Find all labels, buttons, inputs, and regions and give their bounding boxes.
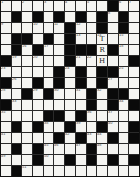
white-cell[interactable]: 19 (12, 56, 22, 66)
clue-number: 21 (76, 55, 80, 59)
white-cell[interactable]: 6 (119, 1, 129, 11)
white-cell[interactable] (22, 100, 32, 110)
white-cell[interactable]: 46 (54, 144, 64, 154)
clue-number: 37 (108, 110, 112, 114)
white-cell[interactable] (1, 144, 11, 154)
clue-number: 38 (44, 121, 48, 125)
black-cell (97, 23, 107, 33)
white-cell[interactable]: 8 (108, 12, 118, 22)
white-cell[interactable] (87, 34, 97, 44)
white-cell[interactable] (22, 111, 32, 121)
white-cell[interactable] (108, 56, 118, 66)
white-cell[interactable] (33, 166, 43, 176)
black-cell (44, 89, 54, 99)
white-cell[interactable] (97, 100, 107, 110)
white-cell[interactable] (44, 133, 54, 143)
white-cell[interactable]: 25 (119, 67, 129, 77)
white-cell[interactable] (44, 67, 54, 77)
white-cell[interactable] (33, 67, 43, 77)
black-cell (12, 34, 22, 44)
clue-number: 1 (1, 0, 3, 4)
black-cell (108, 100, 118, 110)
white-cell[interactable] (54, 166, 64, 176)
black-cell (65, 34, 75, 44)
clue-number: 23 (1, 66, 5, 70)
clue-number: 44 (97, 132, 101, 136)
clue-number: 36 (87, 110, 91, 114)
clue-number: 6 (119, 0, 121, 4)
white-cell[interactable]: 28 (1, 89, 11, 99)
white-cell[interactable]: 37 (108, 111, 118, 121)
white-cell[interactable] (44, 100, 54, 110)
black-cell (33, 12, 43, 22)
white-cell[interactable]: H (97, 56, 107, 66)
black-cell (76, 12, 86, 22)
clue-number: 42 (65, 132, 69, 136)
white-cell[interactable] (87, 122, 97, 132)
clue-number: 11 (54, 22, 58, 26)
white-cell[interactable] (44, 23, 54, 33)
white-cell[interactable] (97, 1, 107, 11)
white-cell[interactable] (1, 122, 11, 132)
white-cell[interactable] (54, 100, 64, 110)
black-cell (22, 89, 32, 99)
black-cell (1, 78, 11, 88)
black-cell (129, 155, 139, 165)
black-cell (33, 78, 43, 88)
clue-number: 49 (1, 154, 5, 158)
white-cell[interactable] (119, 78, 129, 88)
black-cell (44, 34, 54, 44)
white-cell[interactable] (129, 67, 139, 77)
white-cell[interactable] (76, 1, 86, 11)
white-cell[interactable]: 18 (119, 45, 129, 55)
white-cell[interactable] (87, 67, 97, 77)
white-cell[interactable]: 27 (108, 78, 118, 88)
clue-number: 29 (33, 88, 37, 92)
white-cell[interactable] (129, 45, 139, 55)
white-cell[interactable] (33, 111, 43, 121)
black-cell (97, 78, 107, 88)
black-cell (87, 45, 97, 55)
white-cell[interactable]: 50 (44, 155, 54, 165)
white-cell[interactable] (76, 166, 86, 176)
white-cell[interactable]: 29 (33, 89, 43, 99)
black-cell (65, 45, 75, 55)
white-cell[interactable] (54, 45, 64, 55)
white-cell[interactable] (65, 144, 75, 154)
clue-number: 50 (44, 154, 48, 158)
white-cell[interactable]: 22 (87, 56, 97, 66)
white-cell[interactable] (1, 34, 11, 44)
clue-number: 27 (108, 77, 112, 81)
clue-number: 17 (44, 44, 48, 48)
black-cell (54, 67, 64, 77)
white-cell[interactable]: 33 (12, 100, 22, 110)
black-cell (65, 23, 75, 33)
black-cell (33, 155, 43, 165)
white-cell[interactable]: 41 (1, 133, 11, 143)
white-cell[interactable] (12, 133, 22, 143)
white-cell[interactable]: 48 (97, 144, 107, 154)
black-cell (54, 133, 64, 143)
white-cell[interactable] (87, 23, 97, 33)
clue-number: 13 (76, 33, 80, 37)
black-cell (76, 67, 86, 77)
clue-number: 5 (87, 0, 89, 4)
clue-number: 40 (108, 121, 112, 125)
white-cell[interactable] (76, 100, 86, 110)
white-cell[interactable]: 24 (65, 67, 75, 77)
black-cell (33, 144, 43, 154)
white-cell[interactable]: 38 (44, 122, 54, 132)
white-cell[interactable] (97, 155, 107, 165)
clue-number: 28 (1, 88, 5, 92)
white-cell[interactable] (129, 78, 139, 88)
black-cell (108, 67, 118, 77)
clue-number: 34 (119, 99, 123, 103)
black-cell (108, 1, 118, 11)
black-cell (44, 111, 54, 121)
white-cell[interactable]: 51 (22, 166, 32, 176)
white-cell[interactable] (44, 12, 54, 22)
black-cell (33, 45, 43, 55)
clue-number: 43 (87, 132, 91, 136)
black-cell (65, 155, 75, 165)
white-cell[interactable] (76, 155, 86, 165)
black-cell (108, 155, 118, 165)
white-cell[interactable]: 4 (65, 1, 75, 11)
clue-number: 45 (44, 143, 48, 147)
clue-number: 2 (22, 0, 24, 4)
white-cell[interactable] (119, 56, 129, 66)
clue-number: 39 (76, 121, 80, 125)
black-cell (108, 133, 118, 143)
white-cell[interactable]: 32 (97, 89, 107, 99)
white-cell[interactable] (129, 12, 139, 22)
white-cell[interactable]: 36 (87, 111, 97, 121)
white-cell[interactable] (22, 133, 32, 143)
filled-letter: T (97, 35, 107, 44)
black-cell (108, 89, 118, 99)
white-cell[interactable] (65, 78, 75, 88)
white-cell[interactable] (33, 1, 43, 11)
clue-number: 8 (108, 11, 110, 15)
black-cell (12, 144, 22, 154)
white-cell[interactable] (108, 23, 118, 33)
white-cell[interactable] (22, 144, 32, 154)
black-cell (119, 89, 129, 99)
clue-number: 46 (54, 143, 58, 147)
black-cell (108, 45, 118, 55)
white-cell[interactable] (129, 144, 139, 154)
white-cell[interactable]: 39 (76, 122, 86, 132)
white-cell[interactable]: 11 (54, 23, 64, 33)
white-cell[interactable]: 13 (76, 34, 86, 44)
white-cell[interactable] (12, 23, 22, 33)
white-cell[interactable] (33, 133, 43, 143)
white-cell[interactable] (97, 166, 107, 176)
white-cell[interactable]: 42 (65, 133, 75, 143)
black-cell (65, 56, 75, 66)
clue-number: 31 (76, 88, 80, 92)
clue-number: 51 (22, 165, 26, 169)
white-cell[interactable] (129, 111, 139, 121)
black-cell (12, 166, 22, 176)
white-cell[interactable] (54, 34, 64, 44)
white-cell[interactable]: 3 (44, 1, 54, 11)
white-cell[interactable] (33, 100, 43, 110)
white-cell[interactable] (22, 122, 32, 132)
black-cell (129, 56, 139, 66)
white-cell[interactable]: 35 (1, 111, 11, 121)
white-cell[interactable] (65, 12, 75, 22)
white-cell[interactable] (108, 144, 118, 154)
clue-number: 24 (65, 66, 69, 70)
white-cell[interactable] (44, 166, 54, 176)
white-cell[interactable] (108, 166, 118, 176)
white-cell[interactable] (65, 100, 75, 110)
white-cell[interactable] (87, 166, 97, 176)
white-cell[interactable] (12, 89, 22, 99)
white-cell[interactable] (108, 34, 118, 44)
filled-letter: H (97, 57, 107, 66)
white-cell[interactable] (129, 23, 139, 33)
white-cell[interactable] (65, 166, 75, 176)
black-cell (76, 111, 86, 121)
white-cell[interactable]: 9 (1, 23, 11, 33)
black-cell (1, 100, 11, 110)
clue-number: 7 (129, 0, 131, 4)
black-cell (87, 89, 97, 99)
black-cell (97, 122, 107, 132)
clue-number: 18 (119, 44, 123, 48)
white-cell[interactable] (119, 144, 129, 154)
black-cell (65, 122, 75, 132)
black-cell (129, 122, 139, 132)
white-cell[interactable] (54, 155, 64, 165)
filled-letter: R (97, 46, 107, 55)
white-cell[interactable]: 30 (54, 89, 64, 99)
white-cell[interactable] (1, 45, 11, 55)
white-cell[interactable]: 45 (44, 144, 54, 154)
white-cell[interactable] (65, 89, 75, 99)
white-cell[interactable] (129, 34, 139, 44)
white-cell[interactable] (119, 111, 129, 121)
white-cell[interactable] (1, 12, 11, 22)
white-cell[interactable] (119, 122, 129, 132)
clue-number: 47 (76, 143, 80, 147)
white-cell[interactable] (87, 12, 97, 22)
crossword-grid: 1234567891011121314T151617R1819202122H23… (0, 0, 140, 177)
white-cell[interactable] (44, 78, 54, 88)
black-cell (87, 144, 97, 154)
white-cell[interactable]: 43 (87, 133, 97, 143)
clue-number: 26 (12, 77, 16, 81)
black-cell (76, 45, 86, 55)
clue-number: 19 (12, 55, 16, 59)
black-cell (54, 12, 64, 22)
white-cell[interactable]: R (97, 45, 107, 55)
white-cell[interactable]: 31 (76, 89, 86, 99)
black-cell (33, 122, 43, 132)
clue-number: 9 (1, 22, 3, 26)
black-cell (119, 23, 129, 33)
clue-number: 12 (76, 22, 80, 26)
black-cell (97, 67, 107, 77)
black-cell (12, 45, 22, 55)
white-cell[interactable]: 12 (76, 23, 86, 33)
clue-number: 10 (33, 22, 37, 26)
clue-number: 32 (97, 88, 101, 92)
clue-number: 16 (22, 44, 26, 48)
clue-number: 35 (1, 110, 5, 114)
black-cell (12, 122, 22, 132)
white-cell[interactable] (22, 155, 32, 165)
black-cell (129, 133, 139, 143)
black-cell (54, 78, 64, 88)
white-cell[interactable] (54, 122, 64, 132)
white-cell[interactable]: 20 (33, 56, 43, 66)
white-cell[interactable]: 40 (108, 122, 118, 132)
clue-number: 22 (87, 55, 91, 59)
white-cell[interactable]: 44 (97, 133, 107, 143)
white-cell[interactable] (12, 1, 22, 11)
clue-number: 14 (97, 33, 101, 37)
white-cell[interactable]: 7 (129, 1, 139, 11)
black-cell (12, 12, 22, 22)
black-cell (87, 155, 97, 165)
black-cell (76, 133, 86, 143)
white-cell[interactable]: 47 (76, 144, 86, 154)
white-cell[interactable]: 34 (119, 100, 129, 110)
white-cell[interactable] (1, 166, 11, 176)
white-cell[interactable]: 14T (97, 34, 107, 44)
black-cell (22, 34, 32, 44)
clue-number: 30 (54, 88, 58, 92)
white-cell[interactable] (22, 23, 32, 33)
white-cell[interactable] (12, 155, 22, 165)
white-cell[interactable]: 23 (1, 67, 11, 77)
black-cell (87, 100, 97, 110)
clue-number: 20 (33, 55, 37, 59)
white-cell[interactable] (97, 111, 107, 121)
white-cell[interactable] (54, 1, 64, 11)
clue-number: 3 (44, 0, 46, 4)
black-cell (119, 12, 129, 22)
white-cell[interactable]: 10 (33, 23, 43, 33)
clue-number: 25 (119, 66, 123, 70)
white-cell[interactable] (22, 78, 32, 88)
black-cell (54, 111, 64, 121)
white-cell[interactable]: 2 (22, 1, 32, 11)
white-cell[interactable] (12, 67, 22, 77)
white-cell[interactable]: 16 (22, 45, 32, 55)
white-cell[interactable] (119, 166, 129, 176)
black-cell (76, 78, 86, 88)
black-cell (1, 56, 11, 66)
white-cell[interactable]: 17 (44, 45, 54, 55)
white-cell[interactable]: 5 (87, 1, 97, 11)
white-cell[interactable] (12, 111, 22, 121)
white-cell[interactable] (22, 12, 32, 22)
white-cell[interactable] (119, 155, 129, 165)
clue-number: 48 (97, 143, 101, 147)
white-cell[interactable] (54, 56, 64, 66)
white-cell[interactable] (33, 34, 43, 44)
white-cell[interactable]: 15 (119, 34, 129, 44)
white-cell[interactable] (44, 56, 54, 66)
white-cell[interactable] (22, 56, 32, 66)
white-cell[interactable]: 21 (76, 56, 86, 66)
clue-number: 41 (1, 132, 5, 136)
clue-number: 4 (65, 0, 67, 4)
clue-number: 33 (12, 99, 16, 103)
white-cell[interactable] (87, 78, 97, 88)
white-cell[interactable] (119, 133, 129, 143)
white-cell[interactable]: 26 (12, 78, 22, 88)
white-cell[interactable] (129, 166, 139, 176)
white-cell[interactable]: 49 (1, 155, 11, 165)
white-cell[interactable] (65, 111, 75, 121)
black-cell (129, 100, 139, 110)
clue-number: 15 (119, 33, 123, 37)
white-cell[interactable] (129, 89, 139, 99)
black-cell (97, 12, 107, 22)
white-cell[interactable]: 1 (1, 1, 11, 11)
white-cell[interactable] (22, 67, 32, 77)
